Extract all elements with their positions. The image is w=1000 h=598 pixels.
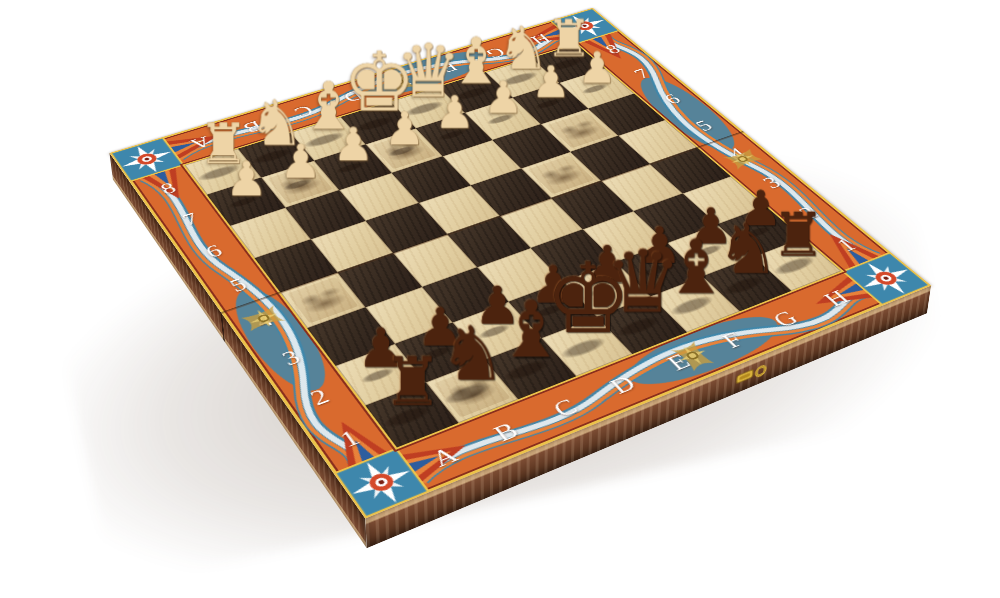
dark-knight-glyph: ♞ — [439, 317, 506, 392]
product-photo-stage: ABCDEFGH ABCDEFGH 87654321 12345678 ♜♞♝♚… — [0, 0, 1000, 598]
scene: ABCDEFGH ABCDEFGH 87654321 12345678 ♜♞♝♚… — [0, 0, 1000, 598]
dark-rook-glyph: ♜ — [383, 349, 443, 416]
dark-bishop-glyph: ♝ — [496, 291, 566, 369]
gold-eagle-star-emblem-icon — [663, 336, 723, 378]
chess-board: ABCDEFGH ABCDEFGH 87654321 12345678 ♜♞♝♚… — [110, 8, 932, 519]
gold-eagle-star-emblem-icon — [232, 300, 292, 337]
dark-rook-glyph: ♜ — [771, 205, 825, 265]
